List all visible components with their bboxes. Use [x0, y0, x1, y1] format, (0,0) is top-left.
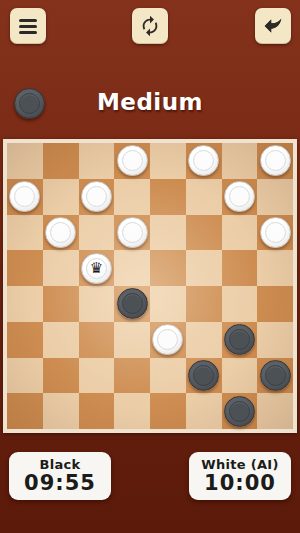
- board-square-0-6[interactable]: [222, 143, 258, 179]
- board-square-1-7[interactable]: [257, 179, 293, 215]
- board-square-1-0[interactable]: [7, 179, 43, 215]
- board-square-4-0[interactable]: [7, 286, 43, 322]
- board-square-6-1[interactable]: [43, 358, 79, 394]
- checker-white[interactable]: [81, 181, 112, 212]
- board-square-2-5[interactable]: [186, 215, 222, 251]
- board-square-4-3[interactable]: [114, 286, 150, 322]
- board-square-3-3[interactable]: [114, 250, 150, 286]
- board-square-7-4[interactable]: [150, 393, 186, 429]
- board-square-1-4[interactable]: [150, 179, 186, 215]
- black-clock-time: 09:55: [24, 472, 96, 494]
- board-square-5-2[interactable]: [79, 322, 115, 358]
- undo-arrow-icon: [262, 15, 284, 37]
- board-square-6-7[interactable]: [257, 358, 293, 394]
- board-square-7-0[interactable]: [7, 393, 43, 429]
- checker-black[interactable]: [224, 324, 255, 355]
- board-square-5-1[interactable]: [43, 322, 79, 358]
- board-square-0-7[interactable]: [257, 143, 293, 179]
- difficulty-label: Medium: [0, 89, 300, 115]
- white-clock: White (AI) 10:00: [189, 452, 291, 500]
- board-square-5-3[interactable]: [114, 322, 150, 358]
- board-square-1-2[interactable]: [79, 179, 115, 215]
- board-square-7-5[interactable]: [186, 393, 222, 429]
- white-clock-time: 10:00: [204, 472, 276, 494]
- board-square-0-4[interactable]: [150, 143, 186, 179]
- turn-indicator-black-piece: [14, 88, 45, 119]
- checkers-board: ♛: [3, 139, 297, 433]
- checker-black[interactable]: [224, 396, 255, 427]
- board-square-7-6[interactable]: [222, 393, 258, 429]
- board-square-2-3[interactable]: [114, 215, 150, 251]
- board-square-5-0[interactable]: [7, 322, 43, 358]
- hamburger-icon: [19, 19, 37, 34]
- board-square-2-0[interactable]: [7, 215, 43, 251]
- board-square-6-4[interactable]: [150, 358, 186, 394]
- board-square-6-2[interactable]: [79, 358, 115, 394]
- checker-white[interactable]: [45, 217, 76, 248]
- board-square-0-3[interactable]: [114, 143, 150, 179]
- board-square-3-6[interactable]: [222, 250, 258, 286]
- refresh-icon: [139, 15, 161, 37]
- board-square-4-6[interactable]: [222, 286, 258, 322]
- board-square-3-1[interactable]: [43, 250, 79, 286]
- checker-white[interactable]: [9, 181, 40, 212]
- checker-white[interactable]: [117, 217, 148, 248]
- board-square-2-7[interactable]: [257, 215, 293, 251]
- board-square-6-5[interactable]: [186, 358, 222, 394]
- board-square-5-6[interactable]: [222, 322, 258, 358]
- board-square-2-4[interactable]: [150, 215, 186, 251]
- turn-indicator: [14, 88, 43, 117]
- menu-button[interactable]: [10, 8, 46, 44]
- board-square-7-1[interactable]: [43, 393, 79, 429]
- board-square-7-2[interactable]: [79, 393, 115, 429]
- board-square-1-5[interactable]: [186, 179, 222, 215]
- board-square-2-6[interactable]: [222, 215, 258, 251]
- king-crown-icon: ♛: [82, 254, 111, 283]
- board-square-4-7[interactable]: [257, 286, 293, 322]
- board-square-2-2[interactable]: [79, 215, 115, 251]
- checker-white[interactable]: [224, 181, 255, 212]
- board-square-0-1[interactable]: [43, 143, 79, 179]
- board-square-1-3[interactable]: [114, 179, 150, 215]
- board-square-6-0[interactable]: [7, 358, 43, 394]
- checker-white[interactable]: [188, 145, 219, 176]
- checker-black[interactable]: [117, 288, 148, 319]
- checker-black[interactable]: [188, 360, 219, 391]
- board-square-3-2[interactable]: ♛: [79, 250, 115, 286]
- undo-button[interactable]: [255, 8, 291, 44]
- checker-white[interactable]: [152, 324, 183, 355]
- board-grid: ♛: [7, 143, 293, 429]
- black-clock: Black 09:55: [9, 452, 111, 500]
- board-square-4-1[interactable]: [43, 286, 79, 322]
- board-square-2-1[interactable]: [43, 215, 79, 251]
- checker-white[interactable]: [260, 217, 291, 248]
- board-square-3-4[interactable]: [150, 250, 186, 286]
- board-square-6-6[interactable]: [222, 358, 258, 394]
- board-square-0-0[interactable]: [7, 143, 43, 179]
- checker-white[interactable]: [260, 145, 291, 176]
- black-clock-label: Black: [40, 457, 81, 472]
- restart-button[interactable]: [132, 8, 168, 44]
- board-square-6-3[interactable]: [114, 358, 150, 394]
- board-square-3-0[interactable]: [7, 250, 43, 286]
- board-square-0-2[interactable]: [79, 143, 115, 179]
- board-square-5-4[interactable]: [150, 322, 186, 358]
- board-square-7-7[interactable]: [257, 393, 293, 429]
- board-square-1-6[interactable]: [222, 179, 258, 215]
- board-square-5-5[interactable]: [186, 322, 222, 358]
- board-square-0-5[interactable]: [186, 143, 222, 179]
- checker-white-king[interactable]: ♛: [81, 253, 112, 284]
- board-square-1-1[interactable]: [43, 179, 79, 215]
- board-square-4-4[interactable]: [150, 286, 186, 322]
- board-square-3-7[interactable]: [257, 250, 293, 286]
- board-square-4-5[interactable]: [186, 286, 222, 322]
- board-square-5-7[interactable]: [257, 322, 293, 358]
- checker-black[interactable]: [260, 360, 291, 391]
- board-square-7-3[interactable]: [114, 393, 150, 429]
- white-clock-label: White (AI): [201, 457, 278, 472]
- board-square-3-5[interactable]: [186, 250, 222, 286]
- board-square-4-2[interactable]: [79, 286, 115, 322]
- checker-white[interactable]: [117, 145, 148, 176]
